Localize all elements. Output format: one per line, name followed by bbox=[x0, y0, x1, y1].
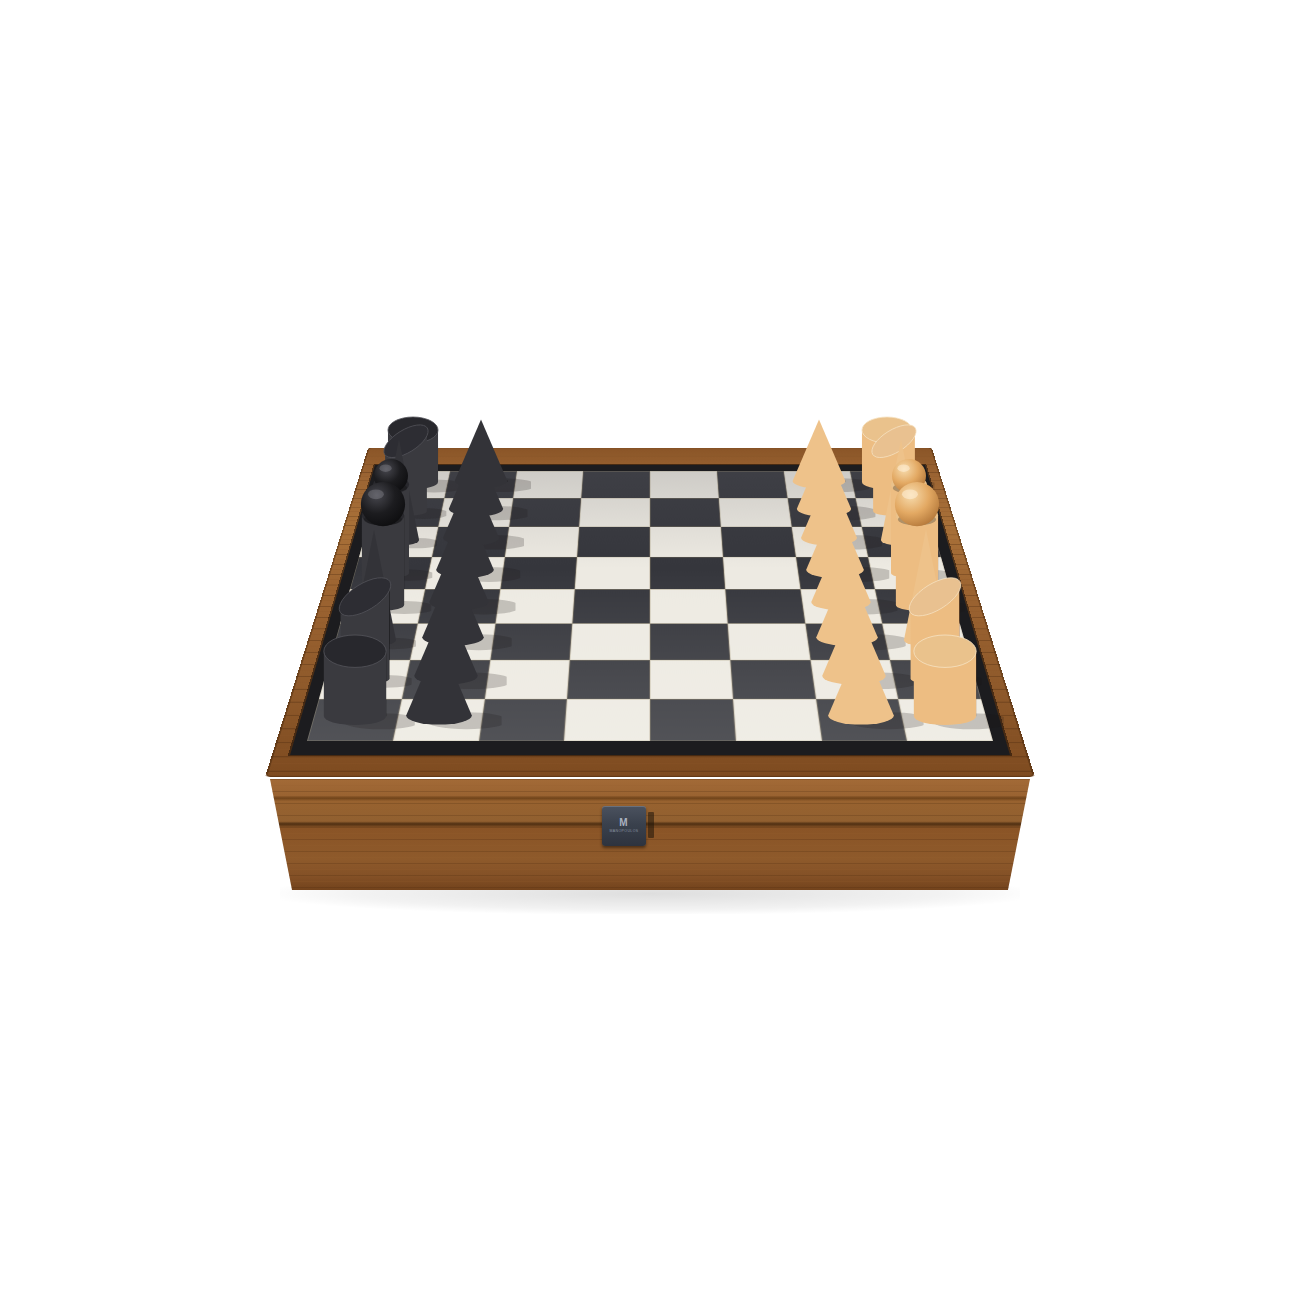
square-h4[interactable] bbox=[650, 699, 736, 741]
square-d4[interactable] bbox=[650, 557, 725, 589]
square-c5[interactable] bbox=[577, 527, 650, 557]
square-a4[interactable] bbox=[650, 471, 719, 498]
product-photo-stage: M MANOPOULOS bbox=[0, 0, 1300, 1300]
square-h5[interactable] bbox=[564, 699, 650, 741]
brand-logo-icon: M bbox=[619, 819, 628, 827]
chess-box-front-face: M MANOPOULOS bbox=[270, 779, 1030, 890]
square-c4[interactable] bbox=[650, 527, 723, 557]
square-b5[interactable] bbox=[579, 498, 650, 527]
square-f5[interactable] bbox=[570, 624, 650, 661]
square-a5[interactable] bbox=[581, 471, 650, 498]
square-e4[interactable] bbox=[650, 589, 727, 623]
square-b4[interactable] bbox=[650, 498, 721, 527]
square-e5[interactable] bbox=[573, 589, 650, 623]
brand-name-label: MANOPOULOS bbox=[609, 829, 638, 833]
box-clasp[interactable]: M MANOPOULOS bbox=[602, 806, 646, 846]
square-g5[interactable] bbox=[567, 660, 650, 699]
clasp-slot bbox=[648, 812, 654, 838]
square-d5[interactable] bbox=[575, 557, 650, 589]
black-pawn-h7[interactable] bbox=[377, 637, 502, 735]
square-f4[interactable] bbox=[650, 624, 730, 661]
square-g4[interactable] bbox=[650, 660, 733, 699]
white-rook-h1[interactable] bbox=[886, 634, 1004, 735]
